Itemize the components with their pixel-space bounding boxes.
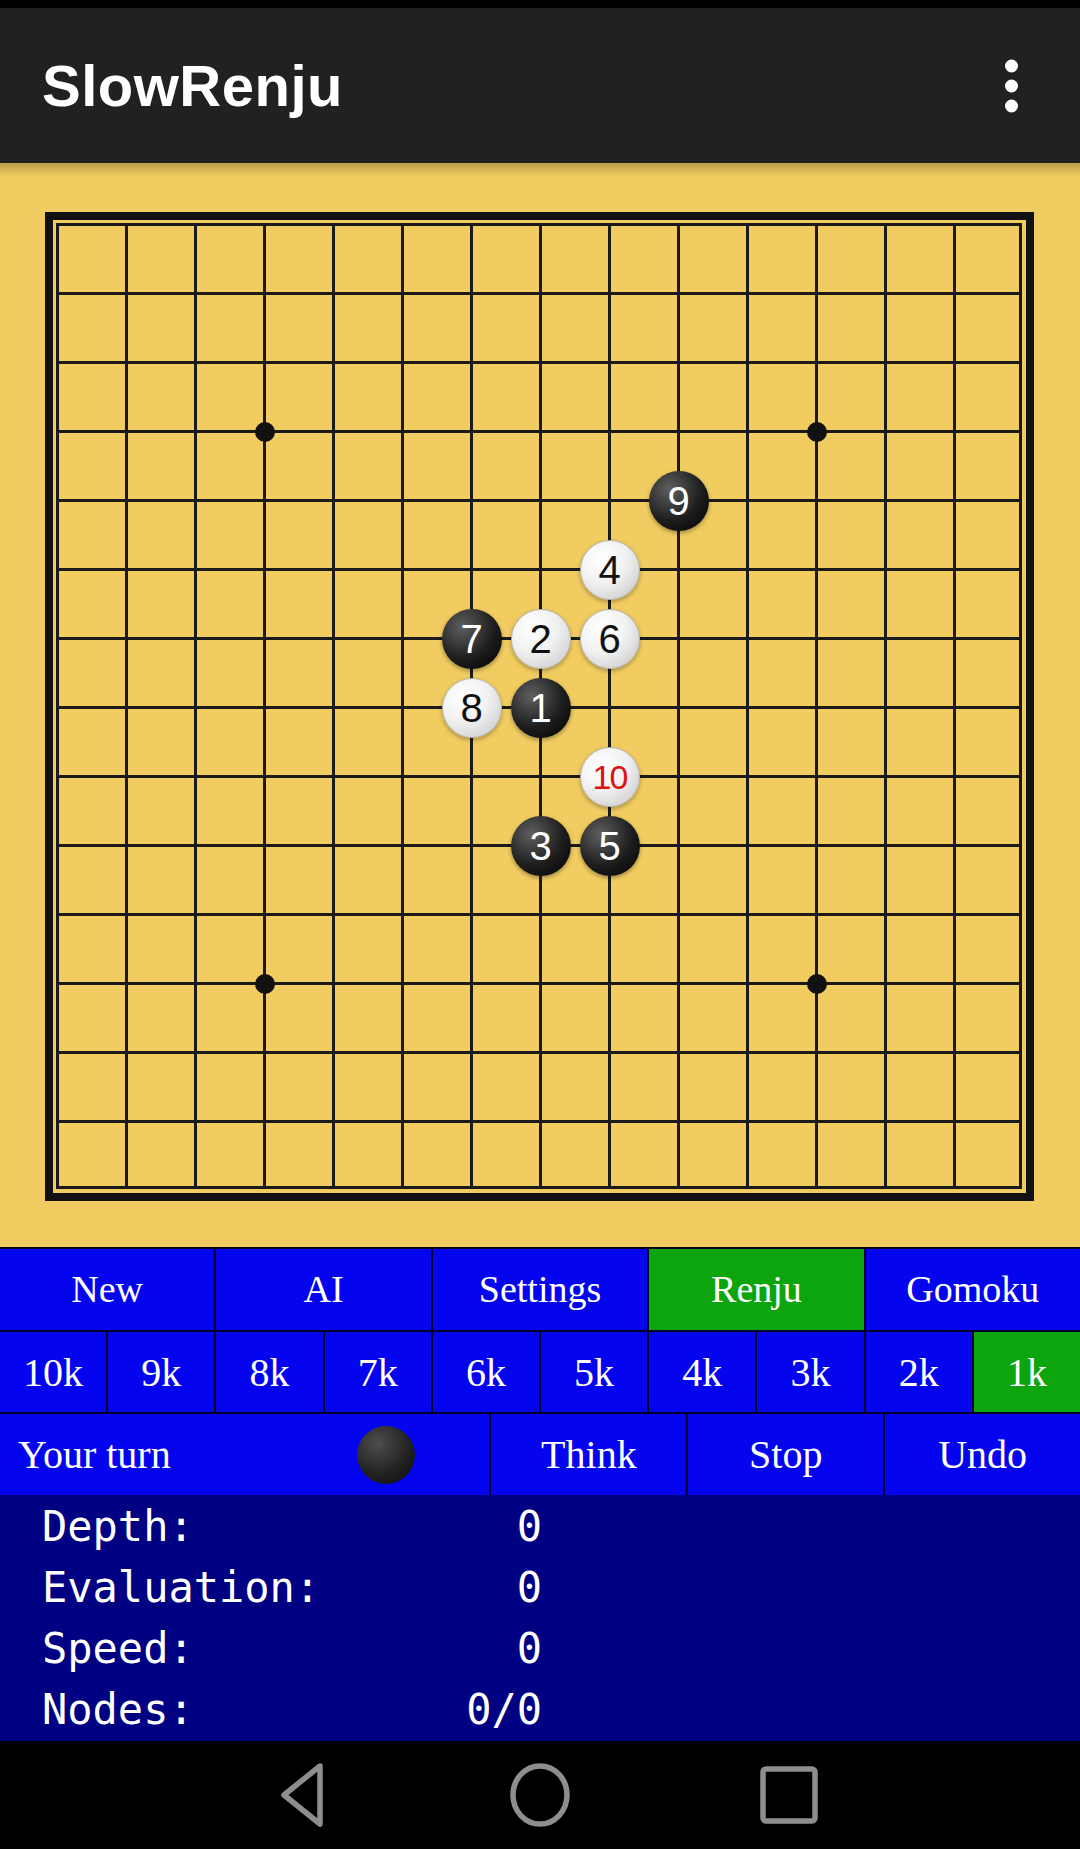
ai-button[interactable]: AI (216, 1249, 430, 1330)
turn-indicator: Your turn (0, 1414, 489, 1495)
overflow-menu-icon[interactable] (995, 49, 1028, 122)
stat-speed: Speed: 0 (0, 1618, 1080, 1679)
stone-black-move-1: 1 (511, 678, 571, 738)
android-nav-bar (0, 1741, 1080, 1849)
7k-button[interactable]: 7k (325, 1332, 431, 1413)
1k-button[interactable]: 1k (974, 1332, 1080, 1413)
engine-stats-panel: Depth: 0 Evaluation: 0 Speed: 0 Nodes: 0… (0, 1495, 1080, 1741)
status-bar (0, 0, 1080, 8)
star-point (807, 422, 827, 442)
stone-black-move-7: 7 (442, 609, 502, 669)
8k-button[interactable]: 8k (216, 1332, 322, 1413)
stone-white-move-4: 4 (580, 540, 640, 600)
stone-white-move-8: 8 (442, 678, 502, 738)
back-icon[interactable] (272, 1759, 334, 1831)
app-title: SlowRenju (42, 52, 343, 119)
renju-board[interactable]: 12345678910 (45, 212, 1034, 1201)
3k-button[interactable]: 3k (757, 1332, 863, 1413)
stone-black-move-3: 3 (511, 816, 571, 876)
stat-depth: Depth: 0 (0, 1496, 1080, 1557)
mode-button-row: NewAISettingsRenjuGomoku (0, 1249, 1080, 1330)
stone-white-move-10: 10 (580, 747, 640, 807)
4k-button[interactable]: 4k (649, 1332, 755, 1413)
undo-button[interactable]: Undo (885, 1414, 1080, 1495)
star-point (255, 974, 275, 994)
stones-layer: 12345678910 (23, 190, 1058, 1225)
star-point (255, 422, 275, 442)
6k-button[interactable]: 6k (433, 1332, 539, 1413)
new-button[interactable]: New (0, 1249, 214, 1330)
board-area: 12345678910 (0, 163, 1080, 1247)
stat-evaluation: Evaluation: 0 (0, 1557, 1080, 1618)
recents-icon[interactable] (758, 1764, 820, 1826)
home-icon[interactable] (508, 1762, 572, 1828)
gomoku-button[interactable]: Gomoku (866, 1249, 1080, 1330)
strength-button-row: 10k9k8k7k6k5k4k3k2k1k (0, 1332, 1080, 1413)
stone-white-move-6: 6 (580, 609, 640, 669)
renju-button[interactable]: Renju (649, 1249, 863, 1330)
9k-button[interactable]: 9k (108, 1332, 214, 1413)
turn-stone-black-icon (357, 1426, 415, 1484)
app-bar: SlowRenju (0, 8, 1080, 163)
turn-label: Your turn (18, 1431, 171, 1478)
toolbar: NewAISettingsRenjuGomoku 10k9k8k7k6k5k4k… (0, 1247, 1080, 1495)
star-point (807, 974, 827, 994)
2k-button[interactable]: 2k (866, 1332, 972, 1413)
settings-button[interactable]: Settings (433, 1249, 647, 1330)
action-button-row: Your turn ThinkStopUndo (0, 1414, 1080, 1495)
stop-button[interactable]: Stop (688, 1414, 883, 1495)
think-button[interactable]: Think (491, 1414, 686, 1495)
10k-button[interactable]: 10k (0, 1332, 106, 1413)
app-screen: SlowRenju 12345678910 NewAISettingsRenju… (0, 0, 1080, 1849)
stone-black-move-9: 9 (649, 471, 709, 531)
5k-button[interactable]: 5k (541, 1332, 647, 1413)
stone-black-move-5: 5 (580, 816, 640, 876)
stat-nodes: Nodes: 0/0 (0, 1679, 1080, 1740)
stone-white-move-2: 2 (511, 609, 571, 669)
